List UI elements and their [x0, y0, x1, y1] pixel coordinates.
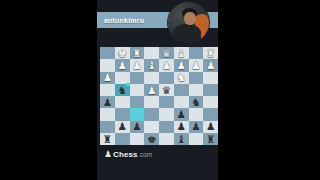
square-b4[interactable] — [189, 84, 204, 96]
square-b8[interactable] — [189, 133, 204, 145]
square-b1[interactable] — [189, 47, 204, 59]
square-f6[interactable] — [130, 108, 145, 120]
logo-text: Chess — [113, 150, 138, 159]
piece-wP-d2[interactable]: ♟ — [162, 60, 171, 71]
square-b7[interactable]: ♟ — [189, 121, 204, 133]
square-c4[interactable] — [174, 84, 189, 96]
square-b3[interactable] — [189, 72, 204, 84]
letterbox-left — [0, 0, 97, 180]
square-f2[interactable]: ♟ — [130, 59, 145, 71]
square-f1[interactable]: ♜ — [130, 47, 145, 59]
piece-wP-b2[interactable]: ♟ — [191, 60, 200, 71]
piece-bB-c8[interactable]: ♝ — [176, 133, 185, 144]
square-h4[interactable] — [100, 84, 115, 96]
piece-bP-h5[interactable]: ♟ — [103, 96, 112, 107]
square-e2[interactable]: ♝ — [144, 59, 159, 71]
square-c3[interactable]: ♞ — [174, 72, 189, 84]
square-c5[interactable] — [174, 96, 189, 108]
piece-wQ-d1[interactable]: ♛ — [162, 47, 171, 58]
square-a1[interactable]: ♜ — [203, 47, 218, 59]
chesscom-pawn-icon: ♟ — [104, 150, 112, 159]
player-avatar — [168, 2, 209, 43]
square-d1[interactable]: ♛ — [159, 47, 174, 59]
square-a5[interactable] — [203, 96, 218, 108]
square-d7[interactable] — [159, 121, 174, 133]
square-e1[interactable] — [144, 47, 159, 59]
piece-wB-c1[interactable]: ♝ — [176, 47, 185, 58]
piece-bP-c7[interactable]: ♟ — [176, 121, 185, 132]
square-g3[interactable] — [115, 72, 130, 84]
piece-wP-h3[interactable]: ♟ — [103, 72, 112, 83]
piece-wP-a2[interactable]: ♟ — [206, 60, 215, 71]
square-h1[interactable] — [100, 47, 115, 59]
square-e8[interactable]: ♚ — [144, 133, 159, 145]
square-f5[interactable] — [130, 96, 145, 108]
piece-bP-g7[interactable]: ♟ — [117, 121, 126, 132]
square-e5[interactable] — [144, 96, 159, 108]
piece-wN-c3[interactable]: ♞ — [176, 72, 185, 83]
square-f7[interactable]: ♟ — [130, 121, 145, 133]
square-a3[interactable] — [203, 72, 218, 84]
piece-bP-a7[interactable]: ♟ — [206, 121, 215, 132]
square-d6[interactable] — [159, 108, 174, 120]
piece-wK-g1[interactable]: ♚ — [117, 47, 126, 58]
square-d8[interactable] — [159, 133, 174, 145]
piece-bK-e8[interactable]: ♚ — [147, 133, 156, 144]
piece-wR-a1[interactable]: ♜ — [206, 47, 215, 58]
square-h6[interactable] — [100, 108, 115, 120]
square-d5[interactable] — [159, 96, 174, 108]
square-a7[interactable]: ♟ — [203, 121, 218, 133]
square-g7[interactable]: ♟ — [115, 121, 130, 133]
square-g8[interactable] — [115, 133, 130, 145]
video-strip: antonkimru ♚♜♛♝♜♟♟♝♟♟♟♟♟♞♞♟♛♟♞♟♟♟♟♟♟♜♚♝♜… — [97, 0, 218, 180]
square-e6[interactable] — [144, 108, 159, 120]
square-b6[interactable] — [189, 108, 204, 120]
square-h8[interactable]: ♜ — [100, 133, 115, 145]
piece-bP-f7[interactable]: ♟ — [132, 121, 141, 132]
piece-wR-f1[interactable]: ♜ — [132, 47, 141, 58]
square-g4[interactable]: ♞ — [115, 84, 130, 96]
square-f4[interactable] — [130, 84, 145, 96]
piece-bP-b7[interactable]: ♟ — [191, 121, 200, 132]
square-g1[interactable]: ♚ — [115, 47, 130, 59]
square-c6[interactable]: ♟ — [174, 108, 189, 120]
avatar-torso — [173, 24, 201, 43]
square-c8[interactable]: ♝ — [174, 133, 189, 145]
square-a6[interactable] — [203, 108, 218, 120]
square-h5[interactable]: ♟ — [100, 96, 115, 108]
piece-bN-b5[interactable]: ♞ — [191, 96, 200, 107]
piece-wB-e2[interactable]: ♝ — [147, 60, 156, 71]
piece-wP-g2[interactable]: ♟ — [117, 60, 126, 71]
square-c7[interactable]: ♟ — [174, 121, 189, 133]
piece-bQ-d4[interactable]: ♛ — [162, 84, 171, 95]
square-f8[interactable] — [130, 133, 145, 145]
square-d3[interactable] — [159, 72, 174, 84]
square-b2[interactable]: ♟ — [189, 59, 204, 71]
piece-bR-a8[interactable]: ♜ — [206, 133, 215, 144]
square-d4[interactable]: ♛ — [159, 84, 174, 96]
square-b5[interactable]: ♞ — [189, 96, 204, 108]
square-a4[interactable] — [203, 84, 218, 96]
player-username: antonkimru — [97, 17, 144, 24]
avatar-face — [184, 12, 196, 25]
square-e4[interactable]: ♟ — [144, 84, 159, 96]
square-a2[interactable]: ♟ — [203, 59, 218, 71]
square-g5[interactable] — [115, 96, 130, 108]
square-e3[interactable] — [144, 72, 159, 84]
square-d2[interactable]: ♟ — [159, 59, 174, 71]
square-c2[interactable]: ♟ — [174, 59, 189, 71]
chesscom-logo: ♟ Chess .com — [104, 148, 152, 160]
chess-board: ♚♜♛♝♜♟♟♝♟♟♟♟♟♞♞♟♛♟♞♟♟♟♟♟♟♜♚♝♜ — [100, 47, 218, 145]
logo-tld: .com — [138, 151, 152, 158]
square-g6[interactable] — [115, 108, 130, 120]
square-h2[interactable] — [100, 59, 115, 71]
square-e7[interactable] — [144, 121, 159, 133]
piece-wP-f2[interactable]: ♟ — [132, 60, 141, 71]
piece-wP-e4[interactable]: ♟ — [147, 84, 156, 95]
square-h7[interactable] — [100, 121, 115, 133]
piece-bP-c6[interactable]: ♟ — [176, 109, 185, 120]
square-a8[interactable]: ♜ — [203, 133, 218, 145]
square-c1[interactable]: ♝ — [174, 47, 189, 59]
square-f3[interactable] — [130, 72, 145, 84]
piece-bR-h8[interactable]: ♜ — [103, 133, 112, 144]
letterbox-right — [218, 0, 320, 180]
piece-wP-c2[interactable]: ♟ — [176, 60, 185, 71]
square-h3[interactable]: ♟ — [100, 72, 115, 84]
square-g2[interactable]: ♟ — [115, 59, 130, 71]
